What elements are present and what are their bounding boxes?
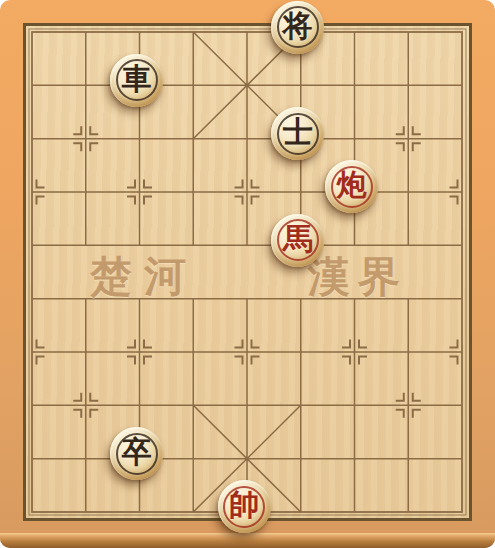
piece-black-general[interactable]: 将 [271,1,324,54]
piece-character: 炮 [337,165,367,206]
xiangqi-board[interactable]: 楚河 漢界 将車士炮馬卒帥 [0,0,495,548]
piece-red-horse[interactable]: 馬 [271,214,324,267]
board-bottom-edge [0,533,495,548]
board-grid [0,0,495,548]
piece-character: 馬 [283,219,313,260]
piece-black-chariot[interactable]: 車 [110,54,163,107]
piece-red-general[interactable]: 帥 [218,480,271,533]
piece-character: 卒 [122,432,152,473]
river-label-right: 漢界 [308,252,408,302]
piece-character: 車 [122,59,152,100]
piece-character: 帥 [229,485,259,526]
river-label-left: 楚河 [90,252,198,302]
piece-character: 将 [283,6,313,47]
piece-character: 士 [283,112,313,153]
piece-black-soldier[interactable]: 卒 [110,427,163,480]
